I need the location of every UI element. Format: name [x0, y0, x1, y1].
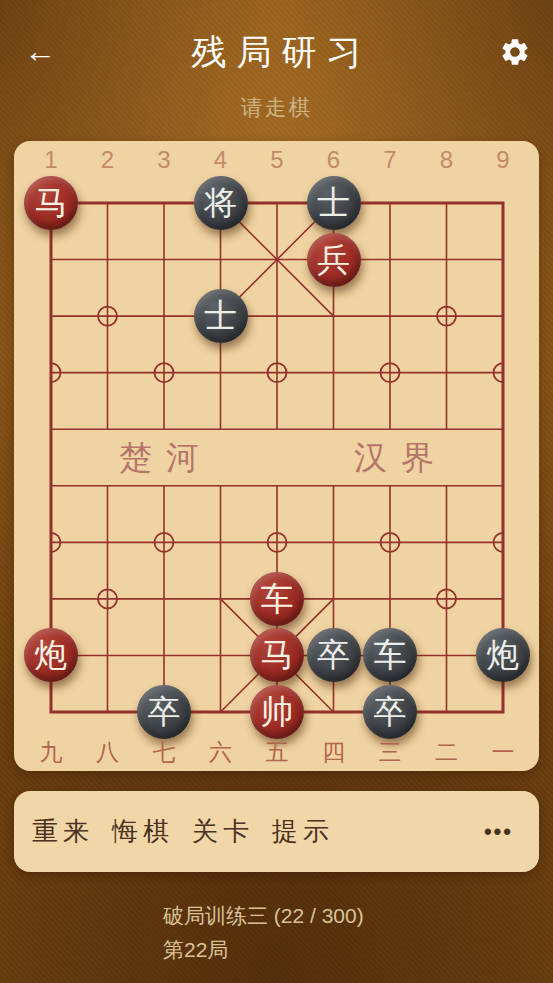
top-coordinate-label: 8 — [430, 145, 464, 175]
bottom-coordinate-label: 四 — [317, 738, 351, 768]
black-piece-将[interactable]: 将 — [194, 176, 248, 230]
black-piece-卒[interactable]: 卒 — [137, 685, 191, 739]
black-piece-卒[interactable]: 卒 — [363, 685, 417, 739]
bottom-coordinate-label: 六 — [204, 738, 238, 768]
bottom-coordinate-label: 二 — [430, 738, 464, 768]
top-coordinate-label: 7 — [373, 145, 407, 175]
bottom-coordinate-label: 三 — [373, 738, 407, 768]
river-label-left: 楚河 — [74, 440, 244, 476]
bottom-coordinate-label: 七 — [147, 738, 181, 768]
xiangqi-board[interactable]: 123456789 楚河 汉界 马将士兵士车炮马卒车炮卒帅卒 九八七六五四三二一 — [14, 141, 539, 771]
bottom-coordinate-label: 九 — [34, 738, 68, 768]
levels-button[interactable]: 关卡 — [192, 814, 254, 849]
restart-button[interactable]: 重来 — [32, 814, 94, 849]
river-label-right: 汉界 — [309, 440, 479, 476]
red-piece-车[interactable]: 车 — [250, 572, 304, 626]
page-title: 残局研习 — [0, 30, 553, 76]
bottom-coordinate-label: 一 — [486, 738, 520, 768]
black-piece-士[interactable]: 士 — [307, 176, 361, 230]
puzzle-number-label: 第22局 — [163, 933, 364, 967]
top-coordinate-label: 3 — [147, 145, 181, 175]
control-bar: 重来悔棋关卡提示••• — [14, 791, 539, 872]
top-coordinate-label: 2 — [91, 145, 125, 175]
black-piece-士[interactable]: 士 — [194, 289, 248, 343]
training-set-label: 破局训练三 (22 / 300) — [163, 899, 364, 933]
hint-button[interactable]: 提示 — [272, 814, 334, 849]
app-screen: ← 残局研习 请走棋 123456789 楚河 汉界 马将士兵士车炮马卒车炮卒帅… — [0, 0, 553, 983]
red-piece-帅[interactable]: 帅 — [250, 685, 304, 739]
red-piece-兵[interactable]: 兵 — [307, 233, 361, 287]
top-coordinate-label: 4 — [204, 145, 238, 175]
top-coordinate-label: 1 — [34, 145, 68, 175]
black-piece-炮[interactable]: 炮 — [476, 628, 530, 682]
bottom-coordinate-label: 八 — [91, 738, 125, 768]
training-progress: 破局训练三 (22 / 300) 第22局 — [163, 899, 364, 967]
more-options-button[interactable]: ••• — [484, 819, 513, 845]
black-piece-卒[interactable]: 卒 — [307, 628, 361, 682]
top-coordinate-label: 9 — [486, 145, 520, 175]
undo-button[interactable]: 悔棋 — [112, 814, 174, 849]
top-coordinate-label: 5 — [260, 145, 294, 175]
settings-gear-icon[interactable] — [499, 36, 531, 68]
turn-status-text: 请走棋 — [0, 93, 553, 123]
top-coordinate-label: 6 — [317, 145, 351, 175]
bottom-coordinate-label: 五 — [260, 738, 294, 768]
red-piece-马[interactable]: 马 — [24, 176, 78, 230]
